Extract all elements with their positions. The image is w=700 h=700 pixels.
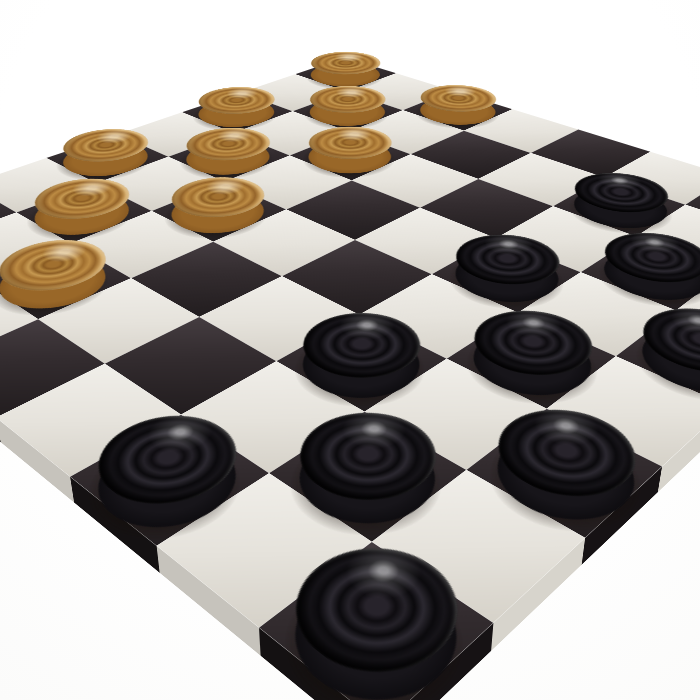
checkers-board: ⛀⛀⛂⛀⛂⛂⛀⛀⛂⛀⛂⛂⛀⛀⛂⛀⛂⛂⛀⛀⛂⛀⛂⛂ [0, 57, 700, 700]
checkers-product-photo: ⛀⛀⛂⛀⛂⛂⛀⛀⛂⛀⛂⛂⛀⛀⛂⛀⛂⛂⛀⛀⛂⛀⛂⛂ [0, 0, 700, 700]
